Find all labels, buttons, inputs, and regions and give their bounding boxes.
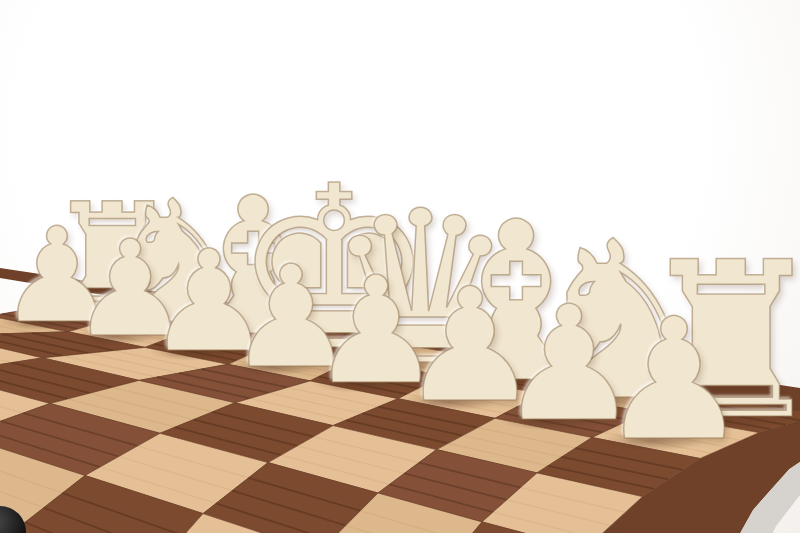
chess-board: [0, 0, 800, 533]
chess-product-photo: ♜♞♝♚♛♝♞♜♟♟♟♟♟♟♟♟: [0, 0, 800, 533]
